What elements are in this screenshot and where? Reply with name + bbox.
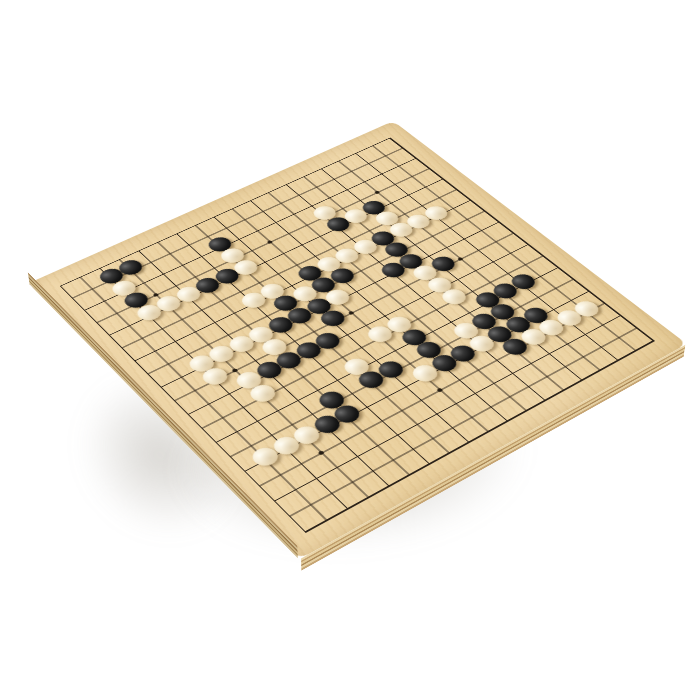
star-point bbox=[317, 450, 325, 456]
star-point bbox=[436, 387, 444, 393]
star-point bbox=[266, 240, 273, 245]
star-point bbox=[152, 292, 160, 297]
star-point bbox=[457, 257, 465, 262]
star-point bbox=[231, 368, 239, 373]
star-point bbox=[374, 190, 381, 194]
star-point bbox=[348, 310, 356, 315]
product-photo-scene bbox=[0, 0, 700, 700]
